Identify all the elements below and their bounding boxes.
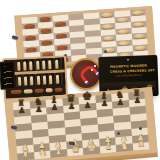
chess-board: ♜♞♝♛♚♝♞♜♟♟♟♟♟♟♟♟♟♟♟♟♟♟♟♟♜♞♝♛♚♝♞♜ bbox=[4, 87, 157, 160]
chess-piece-r: ♜ bbox=[21, 150, 31, 159]
chess-square: ♛ bbox=[66, 148, 83, 157]
stored-chess-piece bbox=[49, 60, 52, 69]
chess-piece-r: ♜ bbox=[136, 140, 146, 149]
chess-piece-p: ♟ bbox=[132, 97, 142, 105]
chess-piece-p: ♟ bbox=[99, 100, 109, 108]
chess-piece-k: ♚ bbox=[87, 141, 97, 152]
chess-piece-p: ♟ bbox=[116, 99, 126, 107]
sparkle-icon bbox=[94, 65, 96, 67]
chess-piece-p: ♟ bbox=[83, 102, 93, 110]
chess-square: ♚ bbox=[83, 146, 100, 155]
chess-square: ♝ bbox=[50, 149, 67, 158]
product-photo-stage: ❖ MAGNETIC WOODEN CHESS & CHECKERS SET 2… bbox=[0, 0, 160, 160]
stored-chess-piece bbox=[30, 76, 33, 85]
chess-square: ♞ bbox=[116, 143, 133, 152]
stored-chess-piece bbox=[56, 75, 59, 84]
chess-square: ♞ bbox=[34, 151, 51, 160]
chess-piece-b: ♝ bbox=[54, 146, 64, 156]
box-title-line2: CHESS & CHECKERS SET bbox=[110, 68, 147, 73]
instruction-booklet bbox=[0, 61, 16, 90]
box-subtitle: 2 IN 1 FOLDING BOARD bbox=[112, 73, 145, 77]
stored-chess-piece bbox=[37, 76, 40, 85]
stored-chess-piece bbox=[49, 75, 52, 84]
brand-logo: ❖ bbox=[112, 57, 145, 61]
hinge-icon bbox=[117, 132, 120, 135]
stored-chess-piece bbox=[36, 61, 39, 70]
chess-square: ♜ bbox=[132, 142, 149, 151]
stored-chess-piece bbox=[23, 61, 26, 70]
chess-piece-n: ♞ bbox=[120, 141, 130, 150]
chess-piece-p: ♟ bbox=[34, 106, 44, 114]
magnetic-feature-badge bbox=[70, 58, 102, 90]
clasp-latch-icon bbox=[12, 35, 19, 40]
chess-piece-p: ♟ bbox=[17, 107, 27, 115]
clasp-latch-icon bbox=[69, 142, 75, 145]
stored-chess-piece bbox=[17, 77, 20, 86]
stored-chess-piece bbox=[24, 76, 27, 85]
chess-board-photo: ♜♞♝♛♚♝♞♜♟♟♟♟♟♟♟♟♟♟♟♟♟♟♟♟♜♞♝♛♚♝♞♜ bbox=[5, 90, 157, 160]
chess-square: ♝ bbox=[99, 145, 116, 154]
stored-chess-piece bbox=[43, 75, 46, 84]
stored-chess-piece bbox=[17, 62, 20, 71]
chess-grid: ♜♞♝♛♚♝♞♜♟♟♟♟♟♟♟♟♟♟♟♟♟♟♟♟♜♞♝♛♚♝♞♜ bbox=[13, 91, 150, 160]
magnet-pole bbox=[84, 80, 89, 85]
chess-piece-b: ♝ bbox=[103, 141, 113, 151]
chess-square: ♜ bbox=[17, 152, 34, 160]
sparkle-icon bbox=[91, 69, 93, 71]
chess-piece-n: ♞ bbox=[37, 148, 47, 157]
stored-chess-piece bbox=[55, 60, 58, 69]
chess-piece-p: ♟ bbox=[50, 104, 60, 112]
chess-piece-p: ♟ bbox=[66, 103, 76, 111]
stored-chess-piece bbox=[29, 61, 32, 70]
stored-chess-piece bbox=[42, 60, 45, 69]
hinge-icon bbox=[139, 127, 142, 130]
hinge-icon bbox=[104, 50, 107, 53]
